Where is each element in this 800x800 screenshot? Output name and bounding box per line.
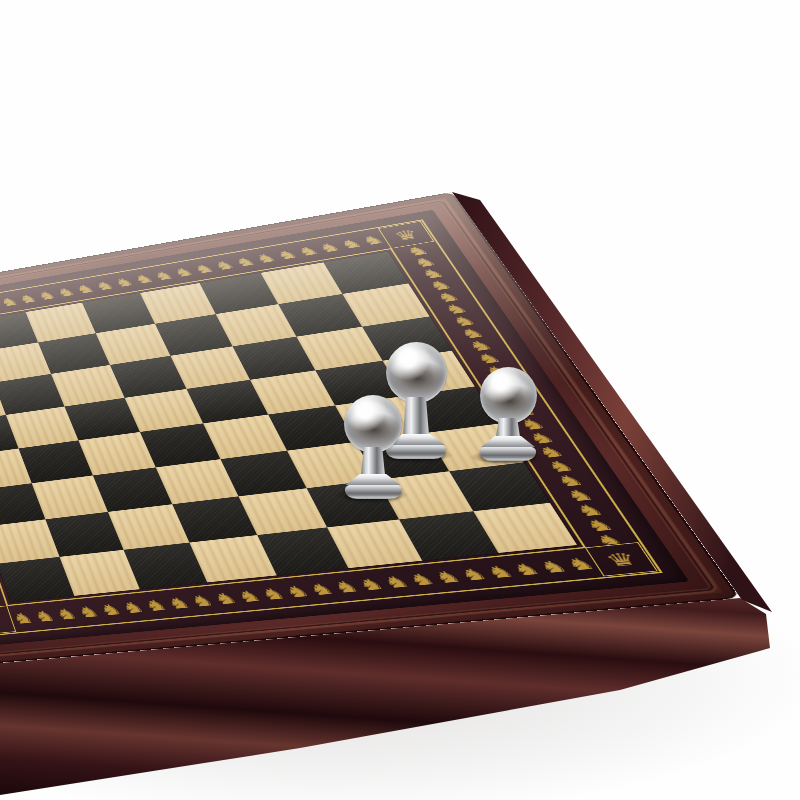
white-pawn-h2[interactable] <box>476 367 541 461</box>
pawn-ball <box>480 367 537 424</box>
pawn-neck <box>361 447 385 475</box>
pawn-base-foot <box>345 484 402 499</box>
scene: ♞♞♞♞♞♞♞♞♞♞♞♞♞♞♞♞♞♞♞♞♞♞♞♞ ♞♞♞♞♞♞♞♞♞♞♞♞♞♞♞… <box>0 0 800 800</box>
pawn-ball <box>386 342 447 403</box>
white-pawn-f2[interactable] <box>340 395 406 499</box>
pawn-neck <box>496 418 520 437</box>
pawn-base-flare <box>346 474 401 485</box>
pieces-layer <box>0 0 800 800</box>
pawn-base-foot <box>480 446 536 461</box>
pawn-ball <box>344 395 402 453</box>
pawn-neck <box>403 397 429 435</box>
pawn-base-flare <box>481 436 535 447</box>
